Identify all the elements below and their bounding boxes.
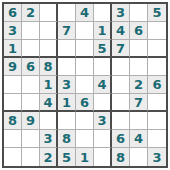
cell-r4c3[interactable]: 8 (40, 58, 58, 76)
cell-r6c7[interactable] (112, 94, 130, 112)
cell-r7c9[interactable] (148, 112, 166, 130)
cell-r9c4[interactable]: 5 (58, 148, 76, 166)
cell-r8c4[interactable]: 8 (58, 130, 76, 148)
cell-r5c4[interactable]: 3 (58, 76, 76, 94)
cell-r1c1[interactable]: 6 (4, 4, 22, 22)
cell-r4c2[interactable]: 6 (22, 58, 40, 76)
cell-r9c5[interactable]: 1 (76, 148, 94, 166)
cell-r9c8[interactable] (130, 148, 148, 166)
cell-r6c1[interactable] (4, 94, 22, 112)
cell-r2c2[interactable] (22, 22, 40, 40)
cell-r3c3[interactable] (40, 40, 58, 58)
cell-r2c3[interactable] (40, 22, 58, 40)
cell-r7c2[interactable]: 9 (22, 112, 40, 130)
cell-r5c2[interactable] (22, 76, 40, 94)
cell-r5c3[interactable]: 1 (40, 76, 58, 94)
cell-r1c8[interactable] (130, 4, 148, 22)
cell-r3c2[interactable] (22, 40, 40, 58)
cell-r8c5[interactable] (76, 130, 94, 148)
cell-r9c6[interactable] (94, 148, 112, 166)
cell-r9c1[interactable] (4, 148, 22, 166)
cell-r3c9[interactable] (148, 40, 166, 58)
cell-r8c1[interactable] (4, 130, 22, 148)
cell-r8c2[interactable] (22, 130, 40, 148)
cell-r1c5[interactable]: 4 (76, 4, 94, 22)
cell-r6c4[interactable]: 1 (58, 94, 76, 112)
cell-r5c1[interactable] (4, 76, 22, 94)
cell-r9c7[interactable]: 8 (112, 148, 130, 166)
cell-r3c4[interactable] (58, 40, 76, 58)
cell-r1c6[interactable] (94, 4, 112, 22)
cell-r4c8[interactable] (130, 58, 148, 76)
cell-r5c7[interactable] (112, 76, 130, 94)
cell-r5c5[interactable] (76, 76, 94, 94)
cell-r2c6[interactable]: 1 (94, 22, 112, 40)
cell-r8c6[interactable] (94, 130, 112, 148)
cell-r9c3[interactable]: 2 (40, 148, 58, 166)
cell-r2c9[interactable] (148, 22, 166, 40)
cell-r1c2[interactable]: 2 (22, 4, 40, 22)
cell-r7c5[interactable] (76, 112, 94, 130)
sudoku-board: 6243537146157968134264167893386425183 (2, 2, 168, 168)
cell-r8c8[interactable]: 4 (130, 130, 148, 148)
cell-r2c5[interactable] (76, 22, 94, 40)
cell-r6c6[interactable] (94, 94, 112, 112)
cell-r3c6[interactable]: 5 (94, 40, 112, 58)
cell-r4c5[interactable] (76, 58, 94, 76)
cell-r2c4[interactable]: 7 (58, 22, 76, 40)
cell-r1c3[interactable] (40, 4, 58, 22)
cell-r6c8[interactable]: 7 (130, 94, 148, 112)
cell-r7c6[interactable]: 3 (94, 112, 112, 130)
cell-r2c8[interactable]: 6 (130, 22, 148, 40)
cell-r4c7[interactable] (112, 58, 130, 76)
cell-r7c7[interactable] (112, 112, 130, 130)
cell-r9c2[interactable] (22, 148, 40, 166)
cell-r4c4[interactable] (58, 58, 76, 76)
cell-r2c7[interactable]: 4 (112, 22, 130, 40)
cell-r5c8[interactable]: 2 (130, 76, 148, 94)
cell-r7c4[interactable] (58, 112, 76, 130)
cell-r4c1[interactable]: 9 (4, 58, 22, 76)
cell-r2c1[interactable]: 3 (4, 22, 22, 40)
cell-r3c5[interactable] (76, 40, 94, 58)
cell-r1c4[interactable] (58, 4, 76, 22)
cell-r8c9[interactable] (148, 130, 166, 148)
cell-r9c9[interactable]: 3 (148, 148, 166, 166)
cell-r5c9[interactable]: 6 (148, 76, 166, 94)
cell-r3c8[interactable] (130, 40, 148, 58)
cell-r7c3[interactable] (40, 112, 58, 130)
cell-r6c5[interactable]: 6 (76, 94, 94, 112)
cell-r7c8[interactable] (130, 112, 148, 130)
cell-r6c3[interactable]: 4 (40, 94, 58, 112)
cell-r8c7[interactable]: 6 (112, 130, 130, 148)
cell-r6c9[interactable] (148, 94, 166, 112)
cell-r7c1[interactable]: 8 (4, 112, 22, 130)
cell-r6c2[interactable] (22, 94, 40, 112)
cell-r3c1[interactable]: 1 (4, 40, 22, 58)
cell-r1c7[interactable]: 3 (112, 4, 130, 22)
cell-r4c6[interactable] (94, 58, 112, 76)
cell-r3c7[interactable]: 7 (112, 40, 130, 58)
cell-r4c9[interactable] (148, 58, 166, 76)
cell-r8c3[interactable]: 3 (40, 130, 58, 148)
cell-r5c6[interactable]: 4 (94, 76, 112, 94)
cell-r1c9[interactable]: 5 (148, 4, 166, 22)
